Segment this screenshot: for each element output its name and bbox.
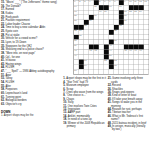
cell-number: 14: [74, 5, 76, 7]
grid-cell[interactable]: [99, 25, 104, 30]
grid-cell[interactable]: [89, 55, 94, 60]
grid-cell[interactable]: [104, 40, 109, 45]
grid-cell[interactable]: [104, 15, 109, 20]
grid-cell[interactable]: [114, 20, 119, 25]
grid-cell[interactable]: [84, 10, 89, 15]
grid-cell[interactable]: [109, 10, 114, 15]
grid-cell[interactable]: [144, 69, 149, 74]
clue-text: Pooh-pooh: [5, 15, 18, 18]
grid-cell[interactable]: 43: [94, 50, 99, 55]
grid-cell[interactable]: [144, 60, 149, 65]
grid-cell-black: [109, 64, 114, 69]
grid-cell[interactable]: 15: [94, 5, 99, 10]
cell-number: 13: [144, 0, 146, 2]
grid-cell-black: [119, 10, 124, 15]
grid-cell[interactable]: [104, 35, 109, 40]
clue-text: Kyoto coin: [5, 30, 17, 33]
cell-number: 12: [139, 0, 141, 2]
down-overflow-clue: 1. Airport shops may be the: [1, 114, 59, 118]
grid-cell-black: [104, 50, 109, 55]
grid-cell[interactable]: [134, 40, 139, 45]
cell-number: 25: [74, 15, 76, 17]
grid-cell[interactable]: [129, 15, 134, 20]
cell-number: 22: [129, 10, 131, 12]
grid-cell[interactable]: [84, 69, 89, 74]
clue-text: Stopovers for the QE2: [5, 44, 31, 47]
clue-text: Objector's cry: [5, 102, 21, 105]
grid-cell[interactable]: [134, 60, 139, 65]
grid-cell[interactable]: [104, 64, 109, 69]
grid-cell[interactable]: 2: [79, 0, 84, 5]
clue-text: Winner of the 2008 Republican primary: [67, 121, 105, 127]
grid-cell[interactable]: 22: [129, 10, 134, 15]
crossword-grid[interactable]: 1234567891011121314151617181920212223242…: [74, 0, 149, 74]
grid-cell-black: [109, 60, 114, 65]
clue-text: "More info. on next page": [5, 52, 35, 55]
grid-cell[interactable]: 19: [99, 10, 104, 15]
clue-text: "Movin' ___" ("The Jeffersons" theme son…: [5, 1, 56, 4]
clue-text: FLUSH: [5, 66, 14, 69]
grid-cell[interactable]: [144, 40, 149, 45]
grid-cell[interactable]: [119, 30, 124, 35]
grid-cell[interactable]: [139, 69, 144, 74]
grid-cell[interactable]: 54: [84, 64, 89, 69]
grid-cell[interactable]: [134, 20, 139, 25]
grid-cell-black: [104, 45, 109, 50]
grid-cell[interactable]: 38: [114, 40, 119, 45]
grid-cell[interactable]: 11: [134, 0, 139, 5]
cell-number: 9: [124, 0, 125, 2]
clue-text: Labor leader Chavez: [5, 22, 30, 25]
grid-cell[interactable]: [79, 40, 84, 45]
grid-cell[interactable]: [89, 40, 94, 45]
grid-cell[interactable]: [109, 15, 114, 20]
grid-cell[interactable]: [89, 69, 94, 74]
grid-cell[interactable]: [84, 50, 89, 55]
cell-number: 7: [109, 0, 110, 2]
grid-cell[interactable]: [139, 40, 144, 45]
grid-cell[interactable]: [114, 10, 119, 15]
grid-cell[interactable]: 24: [139, 10, 144, 15]
grid-cell[interactable]: 50: [109, 55, 114, 60]
cell-number: 47: [134, 49, 136, 51]
clue-text: Pavilion requirement: [5, 19, 29, 22]
grid-cell[interactable]: [144, 64, 149, 69]
clue-text: Turning point: [5, 95, 20, 98]
grid-cell[interactable]: [114, 50, 119, 55]
clue-text: Agar: [5, 73, 11, 76]
grid-cell[interactable]: [104, 20, 109, 25]
grid-cell[interactable]: [99, 15, 104, 20]
grid-cell[interactable]: [79, 20, 84, 25]
grid-cell[interactable]: 23: [134, 10, 139, 15]
grid-cell[interactable]: [89, 10, 94, 15]
cell-number: 18: [74, 10, 76, 12]
grid-cell[interactable]: [119, 50, 124, 55]
clue-text: Game involving only three cards: [111, 77, 143, 83]
grid-cell[interactable]: [139, 20, 144, 25]
grid-cell[interactable]: [134, 69, 139, 74]
grid-cell[interactable]: [99, 20, 104, 25]
grid-cell[interactable]: 12: [139, 0, 144, 5]
cell-number: 29: [89, 20, 91, 22]
grid-cell[interactable]: [119, 45, 124, 50]
grid-cell[interactable]: [94, 60, 99, 65]
down-clues-column-1: 1. Airport shops may be the first in it4…: [63, 77, 106, 128]
grid-cell[interactable]: 4: [89, 0, 94, 5]
grid-cell[interactable]: [94, 30, 99, 35]
cell-number: 41: [74, 49, 76, 51]
cell-number: 3: [84, 0, 85, 2]
grid-cell[interactable]: [144, 5, 149, 10]
cell-number: 2: [79, 0, 80, 2]
grid-cell[interactable]: [139, 15, 144, 20]
grid-cell[interactable]: [129, 30, 134, 35]
clue-text: Time to buy a new calendar: Abbr.: [5, 26, 45, 29]
puzzle-page: 1234567891011121314151617181920212223242…: [0, 0, 150, 150]
cell-number: 24: [139, 10, 141, 12]
cell-number: 17: [119, 5, 121, 7]
grid-cell[interactable]: [94, 64, 99, 69]
grid-cell[interactable]: [119, 60, 124, 65]
grid-cell[interactable]: [144, 55, 149, 60]
cell-number: 21: [124, 10, 126, 12]
cell-number: 20: [104, 10, 106, 12]
grid-cell[interactable]: 42: [89, 50, 94, 55]
cell-number: 31: [84, 25, 86, 27]
down-clues-column-2: 21. Game involving only three cards22. R…: [108, 77, 149, 131]
grid-cell[interactable]: [134, 25, 139, 30]
grid-cell[interactable]: [129, 64, 134, 69]
clue-text: Biological borders: [5, 99, 26, 102]
cell-number: 53: [114, 59, 116, 61]
grid-cell[interactable]: [104, 30, 109, 35]
clue-text: "___ Spell" — 1986 Abbey autobiography: [5, 70, 54, 73]
grid-cell[interactable]: [144, 20, 149, 25]
grid-cell[interactable]: [79, 50, 84, 55]
cell-number: 23: [134, 10, 136, 12]
cell-number: 44: [109, 49, 111, 51]
clue-text: Kudzu: [5, 12, 13, 15]
cell-number: 1: [74, 0, 75, 2]
grid-cell[interactable]: [144, 25, 149, 30]
clue-item: 19. Winner of the 2008 Republican primar…: [63, 121, 106, 128]
cell-number: 51: [84, 59, 86, 61]
cell-number: 50: [109, 54, 111, 56]
clue-text: Alter: [5, 84, 10, 87]
grid-cell[interactable]: [99, 45, 104, 50]
grid-cell[interactable]: [134, 55, 139, 60]
grid-cell[interactable]: [144, 45, 149, 50]
cell-number: 32: [119, 25, 121, 27]
grid-cell[interactable]: 32: [119, 25, 124, 30]
grid-cell[interactable]: [129, 60, 134, 65]
grid-cell[interactable]: [89, 30, 94, 35]
grid-cell[interactable]: [129, 25, 134, 30]
grid-cell[interactable]: [109, 25, 114, 30]
cell-number: 16: [109, 5, 111, 7]
cell-number: 38: [114, 39, 116, 41]
grid-cell[interactable]: [79, 10, 84, 15]
cell-number: 30: [124, 20, 126, 22]
grid-cell[interactable]: [84, 35, 89, 40]
grid-cell[interactable]: [84, 45, 89, 50]
cell-number: 8: [114, 0, 115, 2]
clue-text: Having wings: [5, 62, 21, 65]
grid-cell[interactable]: [129, 35, 134, 40]
grid-cell[interactable]: 47: [134, 50, 139, 55]
grid-cell[interactable]: [109, 20, 114, 25]
clue-text: Shocking end to a police chase?: [5, 48, 43, 51]
clue-text: Porpoises: [5, 88, 17, 91]
cell-number: 5: [99, 0, 100, 2]
grid-cell[interactable]: [114, 5, 119, 10]
grid-cell[interactable]: 10: [129, 0, 134, 5]
cell-number: 40: [109, 44, 111, 46]
cell-number: 10: [129, 0, 131, 2]
cell-number: 48: [139, 49, 141, 51]
grid-cell[interactable]: [139, 60, 144, 65]
grid-cell[interactable]: [129, 20, 134, 25]
grid-cell[interactable]: [144, 30, 149, 35]
cell-number: 42: [89, 49, 91, 51]
grid-cell[interactable]: [99, 50, 104, 55]
grid-cell[interactable]: [139, 55, 144, 60]
grid-cell[interactable]: [114, 45, 119, 50]
grid-cell[interactable]: [119, 64, 124, 69]
grid-cell[interactable]: [79, 45, 84, 50]
cell-number: 36: [79, 35, 81, 37]
grid-cell[interactable]: [99, 60, 104, 65]
grid-cell[interactable]: [84, 30, 89, 35]
grid-cell[interactable]: [94, 40, 99, 45]
grid-cell[interactable]: [84, 40, 89, 45]
grid-cell[interactable]: 28: [74, 20, 79, 25]
grid-cell[interactable]: [94, 25, 99, 30]
cell-number: 37: [74, 39, 76, 41]
clue-item: 21. Game involving only three cards: [108, 77, 149, 84]
grid-cell[interactable]: 52: [104, 60, 109, 65]
grid-cell[interactable]: 5: [99, 0, 104, 5]
cell-number: 39: [74, 44, 76, 46]
grid-cell[interactable]: [124, 64, 129, 69]
grid-cell[interactable]: [119, 55, 124, 60]
grid-cell[interactable]: [94, 35, 99, 40]
clue-text: Tansy: [5, 77, 12, 80]
grid-cell[interactable]: [94, 20, 99, 25]
cell-number: 27: [124, 15, 126, 17]
clue-text: Vehicle for a crowd scene?: [5, 37, 37, 40]
grid-cell[interactable]: 29: [89, 20, 94, 25]
grid-cell[interactable]: [89, 60, 94, 65]
grid-cell[interactable]: [99, 35, 104, 40]
grid-cell[interactable]: 48: [139, 50, 144, 55]
grid-cell[interactable]: [89, 25, 94, 30]
grid-cell[interactable]: [134, 30, 139, 35]
grid-cell[interactable]: [109, 69, 114, 74]
grid-cell[interactable]: 13: [144, 0, 149, 5]
grid-cell[interactable]: 26: [94, 15, 99, 20]
grid-cell[interactable]: [124, 69, 129, 74]
grid-cell[interactable]: [124, 60, 129, 65]
grid-cell[interactable]: 46: [129, 50, 134, 55]
clue-text: Earned: [5, 8, 14, 11]
grid-cell[interactable]: [144, 10, 149, 15]
grid-cell[interactable]: [139, 35, 144, 40]
clue-text: Songs to wake you in the morning: [111, 101, 142, 107]
grid-cell[interactable]: [119, 35, 124, 40]
grid-cell[interactable]: [134, 15, 139, 20]
grid-cell[interactable]: [99, 40, 104, 45]
grid-cell[interactable]: [94, 55, 99, 60]
grid-cell[interactable]: [129, 40, 134, 45]
grid-cell[interactable]: [99, 55, 104, 60]
clue-text: What is Mr. Tedesco's first name?: [111, 114, 143, 120]
clue-text: The Donald?: [5, 4, 20, 7]
grid-cell[interactable]: [94, 69, 99, 74]
grid-cell[interactable]: 31: [84, 25, 89, 30]
cell-number: 35: [114, 30, 116, 32]
grid-cell[interactable]: 17: [119, 5, 124, 10]
clue-text: FLUSH: [5, 81, 14, 84]
cell-number: 43: [94, 49, 96, 51]
cell-number: 46: [129, 49, 131, 51]
cell-number: 11: [134, 0, 136, 2]
grid-cell[interactable]: [134, 35, 139, 40]
grid-cell[interactable]: [99, 64, 104, 69]
cell-number: 45: [124, 49, 126, 51]
grid-cell[interactable]: [139, 64, 144, 69]
cell-number: 28: [74, 20, 76, 22]
grid-cell[interactable]: 9: [124, 0, 129, 5]
cell-number: 54: [84, 64, 86, 66]
grid-cell[interactable]: 8: [114, 0, 119, 5]
grid-cell[interactable]: [129, 69, 134, 74]
cell-number: 19: [99, 10, 101, 12]
grid-cell[interactable]: 3: [84, 0, 89, 5]
grid-cell[interactable]: 45: [124, 50, 129, 55]
clue-text: Leprechaun's land: [5, 92, 27, 95]
clue-text: Lyon, to 19-Down: [5, 41, 26, 44]
grid-cell[interactable]: [144, 15, 149, 20]
clue-text: In unison, musically (literally "by two"…: [111, 125, 145, 131]
grid-cell[interactable]: [79, 69, 84, 74]
grid-cell[interactable]: [89, 64, 94, 69]
grid-cell[interactable]: [119, 40, 124, 45]
grid-cell[interactable]: 35: [114, 30, 119, 35]
grid-cell-black: [79, 64, 84, 69]
grid-cell[interactable]: [89, 5, 94, 10]
cell-number: 55: [114, 64, 116, 66]
clue-text: Cpl., for one: [5, 55, 20, 58]
clue-text: In basso: [5, 59, 15, 62]
cell-number: 56: [74, 69, 76, 71]
grid-cell[interactable]: [99, 30, 104, 35]
grid-cell[interactable]: [119, 69, 124, 74]
grid-cell[interactable]: [144, 50, 149, 55]
grid-cell[interactable]: [84, 5, 89, 10]
clue-item: 46. What is Mr. Tedesco's first name?: [108, 114, 149, 121]
grid-cell[interactable]: [124, 35, 129, 40]
clue-text: Put at stake: [5, 33, 19, 36]
clue-item: 49. In unison, musically (literally "by …: [108, 125, 149, 132]
grid-cell[interactable]: [134, 64, 139, 69]
grid-cell[interactable]: 36: [79, 35, 84, 40]
cell-number: 33: [74, 30, 76, 32]
cell-number: 26: [94, 15, 96, 17]
grid-cell[interactable]: [114, 15, 119, 20]
grid-cell[interactable]: [124, 55, 129, 60]
grid-cell-black: [119, 15, 124, 20]
cell-number: 34: [79, 30, 81, 32]
grid-cell[interactable]: [124, 25, 129, 30]
grid-cell[interactable]: [74, 60, 79, 65]
grid-cell-black: [109, 30, 114, 35]
grid-cell[interactable]: [79, 15, 84, 20]
grid-cell[interactable]: 56: [74, 69, 79, 74]
cell-number: 49: [74, 54, 76, 56]
grid-cell[interactable]: [129, 55, 134, 60]
grid-cell[interactable]: 33: [74, 30, 79, 35]
grid-cell[interactable]: [124, 30, 129, 35]
grid-cell[interactable]: [144, 35, 149, 40]
grid-cell[interactable]: 30: [124, 20, 129, 25]
across-clues-column: 15. "Movin' ___" ("The Jeffersons" theme…: [1, 1, 59, 118]
grid-cell[interactable]: [84, 15, 89, 20]
cell-number: 15: [94, 5, 96, 7]
grid-cell[interactable]: [89, 35, 94, 40]
grid-cell[interactable]: [99, 69, 104, 74]
grid-cell[interactable]: [139, 25, 144, 30]
grid-cell[interactable]: 49: [74, 55, 79, 60]
grid-cell[interactable]: [79, 55, 84, 60]
grid-cell[interactable]: 16: [109, 5, 114, 10]
grid-cell[interactable]: [124, 40, 129, 45]
grid-cell[interactable]: [109, 35, 114, 40]
grid-cell[interactable]: [139, 30, 144, 35]
grid-cell[interactable]: 20: [104, 10, 109, 15]
grid-cell[interactable]: 6: [104, 0, 109, 5]
grid-cell[interactable]: 55: [114, 64, 119, 69]
across-clue-list: 15. "Movin' ___" ("The Jeffersons" theme…: [1, 1, 59, 106]
cell-number: 4: [89, 0, 90, 2]
clue-item: 63. Objector's cry: [1, 102, 59, 106]
cell-number: 6: [104, 0, 105, 2]
clue-item: 41. Songs to wake you in the morning: [108, 101, 149, 108]
grid-cell[interactable]: [114, 69, 119, 74]
grid-cell-black: [79, 60, 84, 65]
grid-cell[interactable]: [104, 69, 109, 74]
cell-number: 52: [104, 59, 106, 61]
grid-cell[interactable]: [79, 5, 84, 10]
grid-cell[interactable]: [104, 25, 109, 30]
